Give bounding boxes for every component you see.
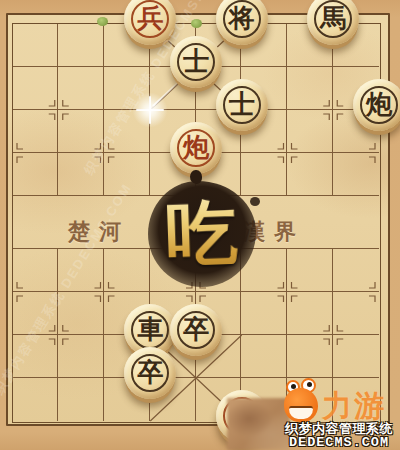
piece-character: 士 (177, 43, 215, 81)
board-cell[interactable] (13, 110, 59, 153)
capture-badge-label: 吃 (164, 185, 239, 283)
board-cell[interactable] (241, 292, 287, 335)
board-cell[interactable] (333, 292, 379, 335)
board-cell[interactable] (58, 153, 104, 196)
board-cell[interactable] (333, 249, 379, 292)
board-cell[interactable] (13, 153, 59, 196)
piece-character: 兵 (131, 0, 169, 38)
board-cell[interactable] (58, 335, 104, 378)
xiangqi-app: 楚河 漢界 兵将馬士士炮炮車卒卒帥 吃 织梦内容管理系统 DEDECMS.COM… (0, 0, 400, 450)
board-cell[interactable] (104, 153, 150, 196)
board-cell[interactable] (13, 249, 59, 292)
board-cell[interactable] (58, 110, 104, 153)
piece-character: 卒 (131, 354, 169, 392)
board-cell[interactable] (287, 67, 333, 110)
frog-mascot-icon (284, 380, 320, 424)
board-cell[interactable] (58, 249, 104, 292)
piece-character: 車 (131, 311, 169, 349)
brand-watermark-badge: 力游 织梦内容管理系统 DEDECMS.COM (280, 378, 400, 450)
board-cell[interactable] (13, 196, 59, 249)
piece-black-cannon[interactable]: 炮 (353, 79, 400, 131)
river-label-left: 楚河 (68, 217, 130, 247)
piece-character: 炮 (177, 129, 215, 167)
board-cell[interactable] (241, 335, 287, 378)
board-cell[interactable] (13, 24, 59, 67)
watermark-line2: DEDECMS.COM (280, 435, 398, 450)
board-cell[interactable] (241, 153, 287, 196)
board-cell[interactable] (333, 153, 379, 196)
piece-character: 炮 (360, 86, 398, 124)
green-dot-decoration (97, 17, 108, 26)
board-cell[interactable] (13, 67, 59, 110)
board-cell[interactable] (58, 24, 104, 67)
board-cell[interactable] (287, 292, 333, 335)
piece-black-soldier[interactable]: 卒 (170, 304, 222, 356)
board-cell[interactable] (287, 110, 333, 153)
board-cell[interactable] (58, 67, 104, 110)
piece-black-advisor[interactable]: 士 (170, 36, 222, 88)
board-cell[interactable] (58, 378, 104, 421)
piece-character: 卒 (177, 311, 215, 349)
board-cell[interactable] (333, 335, 379, 378)
board-cell[interactable] (13, 292, 59, 335)
piece-character: 士 (223, 86, 261, 124)
green-dot-decoration (191, 19, 202, 28)
capture-ink-blob: 吃 (148, 181, 256, 287)
piece-character: 馬 (314, 0, 352, 38)
board-cell[interactable] (287, 249, 333, 292)
piece-black-soldier[interactable]: 卒 (124, 347, 176, 399)
board-cell[interactable] (287, 335, 333, 378)
board-cell[interactable] (104, 249, 150, 292)
piece-red-cannon[interactable]: 炮 (170, 122, 222, 174)
piece-character: 将 (223, 0, 261, 38)
piece-black-advisor[interactable]: 士 (216, 79, 268, 131)
board-cell[interactable] (13, 335, 59, 378)
board-cell[interactable] (58, 292, 104, 335)
board-cell[interactable] (333, 196, 379, 249)
board-cell[interactable] (13, 378, 59, 421)
board-cell[interactable] (287, 153, 333, 196)
